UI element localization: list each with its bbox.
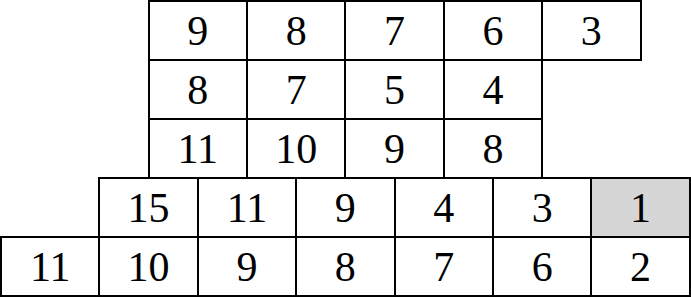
board-row-3: 11 10 9 8 — [148, 118, 544, 179]
cell-r3c1: 11 — [148, 118, 248, 179]
cell-r2c3: 5 — [344, 59, 444, 120]
cell-r1c2: 8 — [246, 0, 346, 61]
cell-r4c6-shaded: 1 — [590, 177, 690, 238]
cell-r2c1: 8 — [148, 59, 248, 120]
cell-r5c7: 2 — [590, 236, 690, 297]
board-row-1: 9 8 7 6 3 — [148, 0, 642, 61]
cell-r2c4: 4 — [443, 59, 543, 120]
cell-r4c1: 15 — [98, 177, 198, 238]
cell-r5c5: 7 — [394, 236, 494, 297]
cell-r2c2: 7 — [246, 59, 346, 120]
cell-r1c5: 3 — [541, 0, 641, 61]
cell-r1c1: 9 — [148, 0, 248, 61]
cell-r3c3: 9 — [344, 118, 444, 179]
cell-r5c6: 6 — [492, 236, 592, 297]
number-brick-board: 9 8 7 6 3 8 7 5 4 11 10 9 8 15 11 9 4 3 … — [0, 0, 691, 297]
cell-r3c2: 10 — [246, 118, 346, 179]
cell-r5c3: 9 — [197, 236, 297, 297]
cell-r1c4: 6 — [443, 0, 543, 61]
cell-r3c4: 8 — [443, 118, 543, 179]
board-row-5: 11 10 9 8 7 6 2 — [0, 236, 691, 297]
board-row-2: 8 7 5 4 — [148, 59, 544, 120]
cell-r4c5: 3 — [492, 177, 592, 238]
cell-r4c4: 4 — [394, 177, 494, 238]
cell-r4c2: 11 — [197, 177, 297, 238]
cell-r5c1: 11 — [0, 236, 100, 297]
cell-r5c2: 10 — [98, 236, 198, 297]
board-row-4: 15 11 9 4 3 1 — [98, 177, 690, 238]
cell-r1c3: 7 — [344, 0, 444, 61]
cell-r4c3: 9 — [295, 177, 395, 238]
cell-r5c4: 8 — [295, 236, 395, 297]
